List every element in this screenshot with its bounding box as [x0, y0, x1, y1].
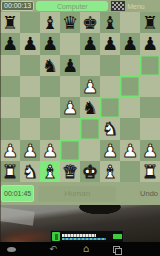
piece-black-P: ♟ — [42, 33, 58, 54]
board-pattern-icon[interactable] — [111, 1, 125, 11]
square-a8[interactable]: ♜ — [0, 12, 20, 33]
piece-black-B: ♝ — [42, 12, 58, 33]
piece-black-B: ♝ — [102, 12, 118, 33]
square-a1[interactable]: ♜ — [0, 161, 20, 182]
square-g1[interactable] — [120, 161, 140, 182]
square-d1[interactable]: ♛ — [60, 161, 80, 182]
square-h1[interactable]: ♜ — [140, 161, 160, 182]
piece-white-P: ♟ — [2, 140, 18, 161]
piece-black-P: ♟ — [82, 33, 98, 54]
square-f4[interactable] — [100, 97, 120, 118]
square-f3[interactable]: ♞ — [100, 118, 120, 139]
square-c3[interactable] — [40, 118, 60, 139]
square-d3[interactable] — [60, 118, 80, 139]
piece-black-N: ♞ — [42, 55, 58, 76]
recents-icon[interactable] — [113, 246, 120, 253]
square-d4[interactable]: ♟ — [60, 97, 80, 118]
square-b6[interactable] — [20, 55, 40, 76]
square-h5[interactable] — [140, 76, 160, 97]
square-c6[interactable]: ♞ — [40, 55, 60, 76]
square-f8[interactable]: ♝ — [100, 12, 120, 33]
square-b7[interactable]: ♟ — [20, 33, 40, 54]
piece-white-N: ♞ — [22, 161, 38, 182]
human-player-button[interactable]: Human — [38, 186, 116, 202]
square-a3[interactable] — [0, 118, 20, 139]
piece-white-P: ♟ — [122, 140, 138, 161]
menu-button[interactable]: Menu — [127, 3, 160, 10]
eye-icon — [7, 247, 16, 252]
square-e6[interactable] — [80, 55, 100, 76]
square-e3[interactable] — [80, 118, 100, 139]
square-f2[interactable]: ♟ — [100, 140, 120, 161]
piece-white-P: ♟ — [142, 140, 158, 161]
piece-black-K: ♚ — [82, 12, 98, 33]
piece-black-R: ♜ — [2, 12, 18, 33]
piece-black-P: ♟ — [102, 33, 118, 54]
ad-title-line — [62, 234, 96, 237]
piece-white-P: ♟ — [82, 76, 98, 97]
top-bar: 00:00:13 Computer Menu — [0, 0, 160, 12]
piece-white-N: ♞ — [102, 118, 118, 139]
square-e5[interactable]: ♟ — [80, 76, 100, 97]
square-a5[interactable] — [0, 76, 20, 97]
square-c4[interactable] — [40, 97, 60, 118]
piece-white-P: ♟ — [22, 140, 38, 161]
home-icon[interactable]: ⌂ — [80, 242, 92, 256]
square-g6[interactable] — [120, 55, 140, 76]
square-f1[interactable]: ♝ — [100, 161, 120, 182]
ad-app-icon — [52, 232, 60, 241]
piece-black-R: ♜ — [142, 12, 158, 33]
ad-install-badge — [113, 234, 122, 239]
ad-text-lines — [62, 234, 112, 240]
piece-white-R: ♜ — [2, 161, 18, 182]
piece-white-Q: ♛ — [62, 161, 78, 182]
square-h7[interactable]: ♟ — [140, 33, 160, 54]
square-b5[interactable] — [20, 76, 40, 97]
square-b4[interactable] — [20, 97, 40, 118]
piece-white-P: ♟ — [42, 140, 58, 161]
piece-white-B: ♝ — [42, 161, 58, 182]
piece-black-N: ♞ — [82, 97, 98, 118]
square-d5[interactable] — [60, 76, 80, 97]
square-e4[interactable]: ♞ — [80, 97, 100, 118]
square-a7[interactable]: ♟ — [0, 33, 20, 54]
piece-white-P: ♟ — [102, 140, 118, 161]
square-b3[interactable] — [20, 118, 40, 139]
piece-white-K: ♚ — [82, 161, 98, 182]
human-clock: 00:01:45 — [1, 185, 34, 202]
square-c7[interactable]: ♟ — [40, 33, 60, 54]
square-g5[interactable] — [120, 76, 140, 97]
android-nav-bar: ↶ ⌂ — [0, 242, 160, 256]
piece-black-P: ♟ — [22, 33, 38, 54]
square-f6[interactable] — [100, 55, 120, 76]
square-d8[interactable]: ♛ — [60, 12, 80, 33]
square-e7[interactable]: ♟ — [80, 33, 100, 54]
square-f5[interactable] — [100, 76, 120, 97]
square-e2[interactable] — [80, 140, 100, 161]
square-f7[interactable]: ♟ — [100, 33, 120, 54]
computer-player-button[interactable]: Computer — [36, 1, 108, 11]
square-d2[interactable] — [60, 140, 80, 161]
square-c1[interactable]: ♝ — [40, 161, 60, 182]
square-g3[interactable] — [120, 118, 140, 139]
square-e8[interactable]: ♚ — [80, 12, 100, 33]
square-a4[interactable] — [0, 97, 20, 118]
piece-black-P: ♟ — [142, 33, 158, 54]
piece-white-P: ♟ — [62, 97, 78, 118]
square-c2[interactable]: ♟ — [40, 140, 60, 161]
square-g4[interactable] — [120, 97, 140, 118]
piece-black-P: ♟ — [2, 33, 18, 54]
square-c5[interactable] — [40, 76, 60, 97]
square-b2[interactable]: ♟ — [20, 140, 40, 161]
bottom-bar: 00:01:45 Human Undo — [0, 182, 160, 205]
square-g2[interactable]: ♟ — [120, 140, 140, 161]
piece-black-P: ♟ — [62, 55, 78, 76]
piece-white-B: ♝ — [102, 161, 118, 182]
square-h4[interactable] — [140, 97, 160, 118]
square-d7[interactable] — [60, 33, 80, 54]
square-b1[interactable]: ♞ — [20, 161, 40, 182]
square-e1[interactable]: ♚ — [80, 161, 100, 182]
square-h6[interactable] — [140, 55, 160, 76]
ad-subtitle-line — [62, 238, 106, 240]
square-a2[interactable]: ♟ — [0, 140, 20, 161]
square-g7[interactable]: ♟ — [120, 33, 140, 54]
undo-button[interactable]: Undo — [139, 186, 159, 202]
square-h2[interactable]: ♟ — [140, 140, 160, 161]
square-h8[interactable]: ♜ — [140, 12, 160, 33]
back-icon[interactable]: ↶ — [47, 242, 59, 256]
square-c8[interactable]: ♝ — [40, 12, 60, 33]
square-a6[interactable] — [0, 55, 20, 76]
computer-clock: 00:00:13 — [1, 1, 34, 11]
square-g8[interactable] — [120, 12, 140, 33]
square-d6[interactable]: ♟ — [60, 55, 80, 76]
square-b8[interactable] — [20, 12, 40, 33]
piece-black-Q: ♛ — [62, 12, 78, 33]
chess-board: ♜♝♛♚♝♜♟♟♟♟♟♟♟♞♟♟♟♞♞♟♟♟♟♟♟♜♞♝♛♚♝♜ — [0, 12, 160, 182]
photo-highlight-streak — [0, 206, 35, 225]
piece-black-P: ♟ — [122, 33, 138, 54]
square-h3[interactable] — [140, 118, 160, 139]
piece-white-R: ♜ — [142, 161, 158, 182]
